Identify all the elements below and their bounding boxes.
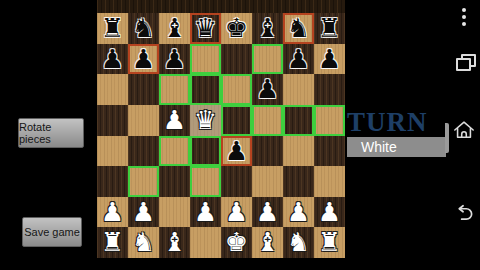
board-top-frame bbox=[97, 0, 345, 13]
piece-black-pawn-g7: ♟ bbox=[283, 44, 314, 75]
piece-black-pawn-c7: ♟ bbox=[159, 44, 190, 75]
square-f1[interactable]: ♝ bbox=[252, 227, 283, 258]
square-g3[interactable] bbox=[283, 166, 314, 197]
edge-handle[interactable] bbox=[445, 123, 449, 153]
square-g6[interactable] bbox=[283, 74, 314, 105]
square-c2[interactable] bbox=[159, 197, 190, 228]
square-e1[interactable]: ♚ bbox=[221, 227, 252, 258]
square-c3[interactable] bbox=[159, 166, 190, 197]
overflow-menu-icon[interactable] bbox=[462, 8, 466, 26]
piece-black-queen-d8: ♛ bbox=[190, 13, 221, 44]
piece-white-bishop-c1: ♝ bbox=[159, 227, 190, 258]
square-b3[interactable] bbox=[128, 166, 159, 197]
square-a7[interactable]: ♟ bbox=[97, 44, 128, 75]
piece-white-rook-h1: ♜ bbox=[314, 227, 345, 258]
piece-black-pawn-b7: ♟ bbox=[128, 44, 159, 75]
square-a1[interactable]: ♜ bbox=[97, 227, 128, 258]
piece-black-pawn-a7: ♟ bbox=[97, 44, 128, 75]
square-f4[interactable] bbox=[252, 136, 283, 167]
home-icon[interactable] bbox=[453, 119, 475, 141]
square-d7[interactable] bbox=[190, 44, 221, 75]
square-a8[interactable]: ♜ bbox=[97, 13, 128, 44]
android-system-bar bbox=[446, 0, 480, 270]
square-h3[interactable] bbox=[314, 166, 345, 197]
square-d2[interactable]: ♟ bbox=[190, 197, 221, 228]
save-game-button[interactable]: Save game bbox=[22, 217, 82, 247]
square-e3[interactable] bbox=[221, 166, 252, 197]
square-g5[interactable] bbox=[283, 105, 314, 136]
piece-black-knight-g8: ♞ bbox=[283, 13, 314, 44]
square-g1[interactable]: ♞ bbox=[283, 227, 314, 258]
square-a2[interactable]: ♟ bbox=[97, 197, 128, 228]
square-g7[interactable]: ♟ bbox=[283, 44, 314, 75]
piece-white-knight-g1: ♞ bbox=[283, 227, 314, 258]
square-g8[interactable]: ♞ bbox=[283, 13, 314, 44]
square-e5[interactable] bbox=[221, 105, 252, 136]
piece-black-pawn-h7: ♟ bbox=[314, 44, 345, 75]
piece-white-pawn-b2: ♟ bbox=[128, 197, 159, 228]
piece-white-bishop-f1: ♝ bbox=[252, 227, 283, 258]
recent-apps-icon[interactable] bbox=[456, 54, 474, 72]
square-h2[interactable]: ♟ bbox=[314, 197, 345, 228]
square-f3[interactable] bbox=[252, 166, 283, 197]
turn-heading: TURN bbox=[347, 107, 447, 137]
square-e8[interactable]: ♚ bbox=[221, 13, 252, 44]
square-c7[interactable]: ♟ bbox=[159, 44, 190, 75]
square-b2[interactable]: ♟ bbox=[128, 197, 159, 228]
square-a3[interactable] bbox=[97, 166, 128, 197]
app-screen: ♜♞♝♛♚♝♞♜♟♟♟♟♟♟♟♛♟♟♟♟♟♟♟♟♜♞♝♚♝♞♜ Rotate p… bbox=[0, 0, 480, 270]
square-d3[interactable] bbox=[190, 166, 221, 197]
square-e4[interactable]: ♟ bbox=[221, 136, 252, 167]
square-c8[interactable]: ♝ bbox=[159, 13, 190, 44]
square-e6[interactable] bbox=[221, 74, 252, 105]
square-h6[interactable] bbox=[314, 74, 345, 105]
piece-white-pawn-a2: ♟ bbox=[97, 197, 128, 228]
square-c4[interactable] bbox=[159, 136, 190, 167]
piece-white-pawn-h2: ♟ bbox=[314, 197, 345, 228]
square-c1[interactable]: ♝ bbox=[159, 227, 190, 258]
piece-white-pawn-f2: ♟ bbox=[252, 197, 283, 228]
square-h1[interactable]: ♜ bbox=[314, 227, 345, 258]
square-d8[interactable]: ♛ bbox=[190, 13, 221, 44]
square-d1[interactable] bbox=[190, 227, 221, 258]
square-f7[interactable] bbox=[252, 44, 283, 75]
piece-white-pawn-e2: ♟ bbox=[221, 197, 252, 228]
rotate-pieces-button[interactable]: Rotate pieces bbox=[18, 118, 84, 148]
square-h5[interactable] bbox=[314, 105, 345, 136]
square-e7[interactable] bbox=[221, 44, 252, 75]
piece-black-pawn-e4: ♟ bbox=[221, 136, 252, 167]
square-f5[interactable] bbox=[252, 105, 283, 136]
piece-white-knight-b1: ♞ bbox=[128, 227, 159, 258]
piece-black-rook-a8: ♜ bbox=[97, 13, 128, 44]
square-b5[interactable] bbox=[128, 105, 159, 136]
square-b1[interactable]: ♞ bbox=[128, 227, 159, 258]
square-b4[interactable] bbox=[128, 136, 159, 167]
square-b6[interactable] bbox=[128, 74, 159, 105]
square-c5[interactable]: ♟ bbox=[159, 105, 190, 136]
piece-white-pawn-d2: ♟ bbox=[190, 197, 221, 228]
square-g2[interactable]: ♟ bbox=[283, 197, 314, 228]
piece-white-pawn-g2: ♟ bbox=[283, 197, 314, 228]
square-b7[interactable]: ♟ bbox=[128, 44, 159, 75]
square-a5[interactable] bbox=[97, 105, 128, 136]
square-h4[interactable] bbox=[314, 136, 345, 167]
square-f8[interactable]: ♝ bbox=[252, 13, 283, 44]
piece-black-knight-b8: ♞ bbox=[128, 13, 159, 44]
back-icon[interactable] bbox=[455, 203, 474, 224]
piece-white-rook-a1: ♜ bbox=[97, 227, 128, 258]
square-g4[interactable] bbox=[283, 136, 314, 167]
piece-black-bishop-c8: ♝ bbox=[159, 13, 190, 44]
piece-black-pawn-f6: ♟ bbox=[252, 74, 283, 105]
square-d4[interactable] bbox=[190, 136, 221, 167]
piece-white-king-e1: ♚ bbox=[221, 227, 252, 258]
square-d5[interactable]: ♛ bbox=[190, 105, 221, 136]
piece-black-rook-h8: ♜ bbox=[314, 13, 345, 44]
square-h8[interactable]: ♜ bbox=[314, 13, 345, 44]
piece-white-pawn-c5: ♟ bbox=[159, 105, 190, 136]
piece-black-bishop-f8: ♝ bbox=[252, 13, 283, 44]
chess-board: ♜♞♝♛♚♝♞♜♟♟♟♟♟♟♟♛♟♟♟♟♟♟♟♟♜♞♝♚♝♞♜ bbox=[97, 13, 345, 258]
square-c6[interactable] bbox=[159, 74, 190, 105]
square-f2[interactable]: ♟ bbox=[252, 197, 283, 228]
square-b8[interactable]: ♞ bbox=[128, 13, 159, 44]
square-a4[interactable] bbox=[97, 136, 128, 167]
turn-value-badge: White bbox=[347, 137, 446, 157]
square-d6[interactable] bbox=[190, 74, 221, 105]
piece-black-king-e8: ♚ bbox=[221, 13, 252, 44]
square-e2[interactable]: ♟ bbox=[221, 197, 252, 228]
square-f6[interactable]: ♟ bbox=[252, 74, 283, 105]
square-h7[interactable]: ♟ bbox=[314, 44, 345, 75]
square-a6[interactable] bbox=[97, 74, 128, 105]
piece-white-queen-d5: ♛ bbox=[190, 105, 221, 136]
